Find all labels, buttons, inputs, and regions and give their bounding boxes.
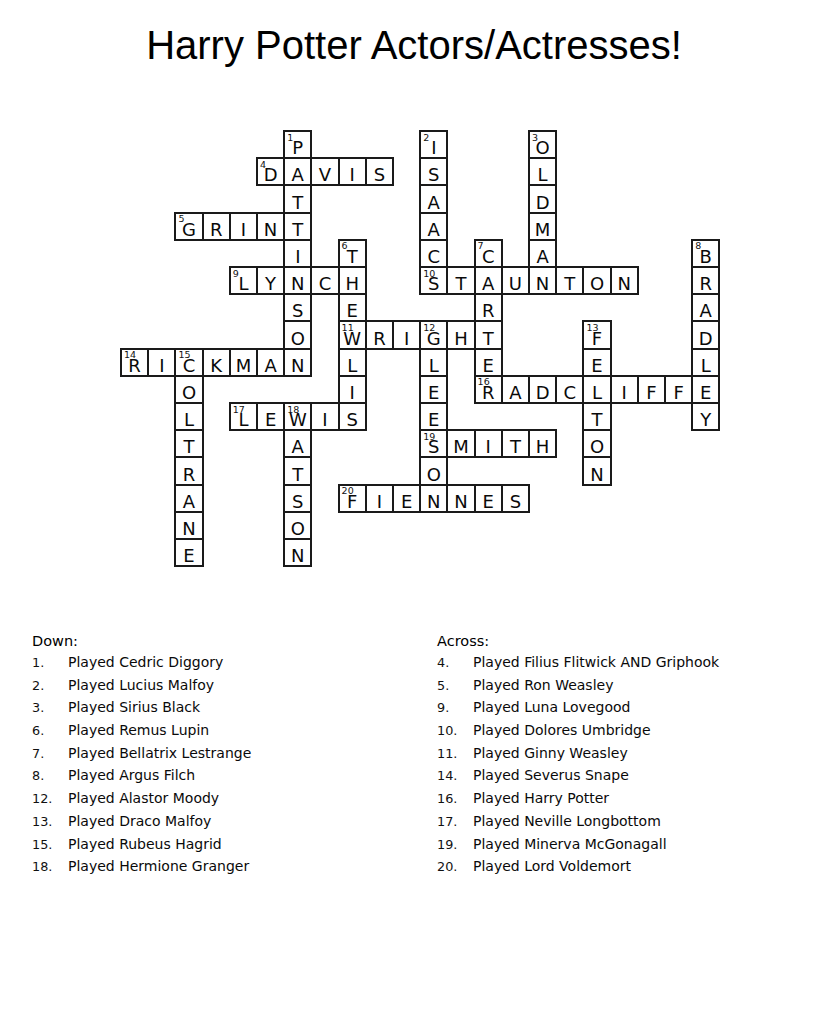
grid-cell: I — [392, 320, 421, 349]
cell-letter: K — [204, 356, 229, 376]
grid-cell: L — [528, 157, 557, 186]
cell-letter: F — [340, 492, 365, 512]
clue-item: 1.Played Cedric Diggory — [32, 654, 412, 677]
grid-cell: L — [419, 348, 448, 377]
cell-letter: F — [584, 329, 609, 349]
cell-letter: S — [285, 492, 310, 512]
grid-cell: I — [283, 239, 312, 268]
grid-cell: 3O — [528, 130, 557, 159]
grid-cell: D — [528, 375, 557, 404]
grid-cell: S — [501, 484, 530, 513]
clue-item-text: Played Dolores Umbridge — [473, 722, 651, 738]
cell-letter: N — [612, 274, 637, 294]
cell-letter: C — [421, 247, 446, 267]
cell-letter: N — [285, 356, 310, 376]
grid-cell: M — [446, 429, 475, 458]
cell-letter: T — [285, 220, 310, 240]
grid-cell: 2I — [419, 130, 448, 159]
grid-cell: S — [283, 484, 312, 513]
clue-item-number: 2. — [32, 678, 68, 693]
cell-letter: A — [258, 356, 283, 376]
grid-cell: T — [446, 266, 475, 295]
clue-item-text: Played Luna Lovegood — [473, 699, 630, 715]
clue-item-number: 16. — [437, 791, 473, 806]
clue-item: 9.Played Luna Lovegood — [437, 699, 817, 722]
cell-letter: L — [231, 274, 256, 294]
grid-cell: V — [310, 157, 339, 186]
cell-letter: L — [530, 165, 555, 185]
clue-item-text: Played Hermione Granger — [68, 858, 249, 874]
grid-cell: A — [474, 266, 503, 295]
crossword-page: { "title": "Harry Potter Actors/Actresse… — [0, 0, 828, 1023]
grid-cell: F — [637, 375, 666, 404]
grid-cell: I — [147, 348, 176, 377]
clue-item-number: 3. — [32, 700, 68, 715]
cell-letter: O — [285, 519, 310, 539]
cell-letter: H — [340, 274, 365, 294]
grid-cell: I — [610, 375, 639, 404]
cell-letter: N — [176, 519, 201, 539]
grid-cell: O — [582, 266, 611, 295]
cell-letter: G — [176, 220, 201, 240]
grid-cell: R — [691, 266, 720, 295]
cell-letter: N — [584, 465, 609, 485]
cell-letter: M — [530, 220, 555, 240]
cell-letter: P — [285, 138, 310, 158]
clue-item-text: Played Lord Voldemort — [473, 858, 631, 874]
cell-letter: C — [476, 247, 501, 267]
grid-cell: A — [174, 484, 203, 513]
cell-letter: C — [176, 356, 201, 376]
cell-letter: L — [584, 383, 609, 403]
grid-cell: H — [338, 266, 367, 295]
clue-item-number: 9. — [437, 700, 473, 715]
grid-cell: N — [582, 456, 611, 485]
cell-letter: S — [421, 437, 446, 457]
clue-item-number: 7. — [32, 746, 68, 761]
cell-letter: U — [503, 274, 528, 294]
cell-letter: D — [530, 193, 555, 213]
grid-cell: T — [283, 456, 312, 485]
cell-letter: T — [448, 274, 473, 294]
clue-item-text: Played Rubeus Hagrid — [68, 836, 222, 852]
grid-cell: A — [283, 429, 312, 458]
clue-item-number: 14. — [437, 768, 473, 783]
clue-item: 2.Played Lucius Malfoy — [32, 677, 412, 700]
cell-letter: T — [557, 274, 582, 294]
cell-letter: W — [340, 329, 365, 349]
cell-letter: R — [204, 220, 229, 240]
grid-cell: R — [474, 293, 503, 322]
grid-cell: A — [419, 184, 448, 213]
clue-item-text: Played Bellatrix Lestrange — [68, 745, 251, 761]
grid-cell: O — [582, 429, 611, 458]
grid-cell: C — [419, 239, 448, 268]
grid-cell: N — [174, 511, 203, 540]
grid-cell: N — [283, 266, 312, 295]
cell-letter: O — [285, 329, 310, 349]
cell-letter: Y — [693, 410, 718, 430]
grid-cell: E — [419, 375, 448, 404]
cell-letter: T — [285, 465, 310, 485]
grid-cell: O — [283, 320, 312, 349]
grid-cell: T — [283, 184, 312, 213]
clue-item: 12.Played Alastor Moody — [32, 790, 412, 813]
grid-cell: H — [528, 429, 557, 458]
grid-cell: 14R — [120, 348, 149, 377]
clue-item-number: 12. — [32, 791, 68, 806]
clue-item-text: Played Harry Potter — [473, 790, 609, 806]
grid-cell: U — [501, 266, 530, 295]
cell-letter: N — [448, 492, 473, 512]
cell-letter: O — [584, 437, 609, 457]
clue-item-text: Played Remus Lupin — [68, 722, 209, 738]
grid-cell: 4D — [256, 157, 285, 186]
grid-cell: 1P — [283, 130, 312, 159]
grid-cell: A — [419, 212, 448, 241]
cell-letter: E — [476, 492, 501, 512]
cell-letter: L — [176, 410, 201, 430]
cell-letter: N — [285, 546, 310, 566]
grid-cell: E — [338, 293, 367, 322]
cell-letter: R — [476, 301, 501, 321]
cell-letter: I — [231, 220, 256, 240]
grid-cell: O — [419, 456, 448, 485]
cell-letter: H — [530, 437, 555, 457]
cell-letter: E — [693, 383, 718, 403]
cell-letter: I — [149, 356, 174, 376]
cell-letter: N — [421, 492, 446, 512]
grid-cell: 18W — [283, 402, 312, 431]
grid-cell: L — [174, 402, 203, 431]
cell-letter: I — [285, 247, 310, 267]
down-clues-section: Down: 1.Played Cedric Diggory2.Played Lu… — [32, 631, 412, 881]
grid-cell: N — [610, 266, 639, 295]
clue-item: 8.Played Argus Filch — [32, 767, 412, 790]
grid-cell: M — [528, 212, 557, 241]
grid-cell: 6T — [338, 239, 367, 268]
grid-cell: T — [174, 429, 203, 458]
clue-item: 10.Played Dolores Umbridge — [437, 722, 817, 745]
clue-item: 4.Played Filius Flitwick AND Griphook — [437, 654, 817, 677]
cell-letter: W — [285, 410, 310, 430]
clue-item-number: 8. — [32, 768, 68, 783]
grid-cell: E — [256, 402, 285, 431]
grid-cell: 19S — [419, 429, 448, 458]
clue-item: 19.Played Minerva McGonagall — [437, 836, 817, 859]
cell-letter: M — [231, 356, 256, 376]
grid-cell: R — [174, 456, 203, 485]
grid-cell: 20F — [338, 484, 367, 513]
grid-cell: I — [338, 375, 367, 404]
grid-cell: R — [202, 212, 231, 241]
cell-letter: A — [285, 165, 310, 185]
cell-letter: I — [612, 383, 637, 403]
clue-item-text: Played Severus Snape — [473, 767, 629, 783]
grid-cell: E — [474, 484, 503, 513]
grid-cell: N — [283, 538, 312, 567]
clue-item-number: 13. — [32, 814, 68, 829]
clue-item-number: 4. — [437, 655, 473, 670]
grid-cell: L — [338, 348, 367, 377]
grid-cell: Y — [691, 402, 720, 431]
clue-item: 16.Played Harry Potter — [437, 790, 817, 813]
clue-item: 6.Played Remus Lupin — [32, 722, 412, 745]
cell-letter: R — [176, 465, 201, 485]
cell-letter: A — [285, 437, 310, 457]
cell-letter: S — [421, 274, 446, 294]
cell-letter: I — [340, 383, 365, 403]
cell-letter: E — [176, 546, 201, 566]
grid-cell: E — [392, 484, 421, 513]
cell-letter: I — [340, 165, 365, 185]
clue-item-text: Played Cedric Diggory — [68, 654, 223, 670]
grid-cell: R — [365, 320, 394, 349]
grid-cell: E — [691, 375, 720, 404]
cell-letter: T — [176, 437, 201, 457]
clue-item-text: Played Ron Weasley — [473, 677, 613, 693]
grid-cell: 17L — [229, 402, 258, 431]
grid-cell: I — [338, 157, 367, 186]
cell-letter: A — [693, 301, 718, 321]
grid-cell: E — [174, 538, 203, 567]
cell-letter: E — [340, 301, 365, 321]
cell-letter: L — [421, 356, 446, 376]
cell-letter: V — [312, 165, 337, 185]
clue-item: 17.Played Neville Longbottom — [437, 813, 817, 836]
cell-letter: I — [312, 410, 337, 430]
cell-letter: C — [557, 383, 582, 403]
clue-item-number: 15. — [32, 837, 68, 852]
cell-letter: G — [421, 329, 446, 349]
grid-cell: I — [310, 402, 339, 431]
grid-cell: F — [664, 375, 693, 404]
clue-item: 5.Played Ron Weasley — [437, 677, 817, 700]
clue-item-text: Played Filius Flitwick AND Griphook — [473, 654, 719, 670]
grid-cell: L — [691, 348, 720, 377]
clue-item-text: Played Alastor Moody — [68, 790, 219, 806]
cell-letter: R — [693, 274, 718, 294]
cell-letter: I — [394, 329, 419, 349]
cell-letter: A — [530, 247, 555, 267]
grid-cell: T — [283, 212, 312, 241]
cell-letter: L — [231, 410, 256, 430]
grid-cell: 11W — [338, 320, 367, 349]
clue-item: 20.Played Lord Voldemort — [437, 858, 817, 881]
grid-cell: E — [474, 348, 503, 377]
cell-letter: E — [394, 492, 419, 512]
cell-letter: D — [258, 165, 283, 185]
clue-item-text: Played Lucius Malfoy — [68, 677, 214, 693]
cell-letter: A — [176, 492, 201, 512]
grid-cell: S — [283, 293, 312, 322]
grid-cell: A — [501, 375, 530, 404]
clue-item-number: 11. — [437, 746, 473, 761]
grid-cell: A — [283, 157, 312, 186]
cell-letter: R — [476, 383, 501, 403]
grid-cell: D — [528, 184, 557, 213]
grid-cell: T — [501, 429, 530, 458]
grid-cell: 15C — [174, 348, 203, 377]
clue-item-number: 1. — [32, 655, 68, 670]
down-clues-list: 1.Played Cedric Diggory2.Played Lucius M… — [32, 654, 412, 881]
clue-item-number: 6. — [32, 723, 68, 738]
grid-cell: K — [202, 348, 231, 377]
clue-item-text: Played Minerva McGonagall — [473, 836, 667, 852]
cell-letter: E — [476, 356, 501, 376]
grid-cell: H — [446, 320, 475, 349]
cell-letter: O — [584, 274, 609, 294]
grid-cell: D — [691, 320, 720, 349]
grid-cell: 9L — [229, 266, 258, 295]
grid-cell: 13F — [582, 320, 611, 349]
cell-letter: A — [421, 220, 446, 240]
grid-cell: A — [256, 348, 285, 377]
grid-cell: O — [174, 375, 203, 404]
grid-cell: C — [555, 375, 584, 404]
cell-letter: R — [122, 356, 147, 376]
grid-cell: 5G — [174, 212, 203, 241]
cell-letter: I — [476, 437, 501, 457]
grid-cell: A — [528, 239, 557, 268]
grid-cell: C — [310, 266, 339, 295]
cell-letter: F — [639, 383, 664, 403]
grid-cell: T — [474, 320, 503, 349]
cell-letter: N — [258, 220, 283, 240]
clue-item-number: 10. — [437, 723, 473, 738]
page-title: Harry Potter Actors/Actresses! — [0, 23, 828, 67]
grid-cell: M — [229, 348, 258, 377]
cell-letter: T — [584, 410, 609, 430]
cell-letter: D — [693, 329, 718, 349]
clue-item: 15.Played Rubeus Hagrid — [32, 836, 412, 859]
clue-item-number: 5. — [437, 678, 473, 693]
clue-item-text: Played Sirius Black — [68, 699, 200, 715]
cell-letter: C — [312, 274, 337, 294]
cell-letter: O — [176, 383, 201, 403]
grid-cell: 16R — [474, 375, 503, 404]
clue-item: 3.Played Sirius Black — [32, 699, 412, 722]
grid-cell: I — [229, 212, 258, 241]
grid-cell: I — [474, 429, 503, 458]
cell-letter: L — [340, 356, 365, 376]
cell-letter: I — [421, 138, 446, 158]
cell-letter: S — [367, 165, 392, 185]
cell-letter: O — [421, 465, 446, 485]
grid-cell: T — [555, 266, 584, 295]
cell-letter: L — [693, 356, 718, 376]
cell-letter: D — [530, 383, 555, 403]
clue-item-number: 20. — [437, 859, 473, 874]
cell-letter: O — [530, 138, 555, 158]
cell-letter: S — [421, 165, 446, 185]
grid-cell: A — [691, 293, 720, 322]
clue-item-text: Played Draco Malfoy — [68, 813, 211, 829]
cell-letter: I — [367, 492, 392, 512]
clue-item: 18.Played Hermione Granger — [32, 858, 412, 881]
clue-item-text: Played Neville Longbottom — [473, 813, 661, 829]
grid-cell: I — [365, 484, 394, 513]
cell-letter: E — [584, 356, 609, 376]
grid-cell: 8B — [691, 239, 720, 268]
clue-item: 7.Played Bellatrix Lestrange — [32, 745, 412, 768]
down-clues-header: Down: — [32, 631, 412, 651]
grid-cell: N — [446, 484, 475, 513]
cell-letter: A — [421, 193, 446, 213]
clue-item-number: 17. — [437, 814, 473, 829]
cell-letter: T — [503, 437, 528, 457]
cell-letter: M — [448, 437, 473, 457]
cell-letter: A — [503, 383, 528, 403]
clue-item-number: 19. — [437, 837, 473, 852]
cell-letter: A — [476, 274, 501, 294]
grid-cell: 7C — [474, 239, 503, 268]
grid-cell: S — [365, 157, 394, 186]
cell-letter: T — [285, 193, 310, 213]
across-clues-header: Across: — [437, 631, 817, 651]
cell-letter: S — [503, 492, 528, 512]
across-clues-list: 4.Played Filius Flitwick AND Griphook5.P… — [437, 654, 817, 881]
cell-letter: T — [340, 247, 365, 267]
grid-cell: Y — [256, 266, 285, 295]
cell-letter: T — [476, 329, 501, 349]
grid-cell: E — [582, 348, 611, 377]
cell-letter: F — [666, 383, 691, 403]
cell-letter: Y — [258, 274, 283, 294]
clue-item: 13.Played Draco Malfoy — [32, 813, 412, 836]
grid-cell: S — [419, 157, 448, 186]
grid-cell: 12G — [419, 320, 448, 349]
grid-cell: N — [528, 266, 557, 295]
grid-cell: L — [582, 375, 611, 404]
cell-letter: E — [421, 383, 446, 403]
clue-item: 11.Played Ginny Weasley — [437, 745, 817, 768]
grid-cell: S — [338, 402, 367, 431]
grid-cell: N — [283, 348, 312, 377]
grid-cell: T — [582, 402, 611, 431]
across-clues-section: Across: 4.Played Filius Flitwick AND Gri… — [437, 631, 817, 881]
grid-cell: O — [283, 511, 312, 540]
cell-letter: H — [448, 329, 473, 349]
clue-item-text: Played Argus Filch — [68, 767, 195, 783]
cell-letter: S — [285, 301, 310, 321]
cell-letter: S — [340, 410, 365, 430]
clue-item-text: Played Ginny Weasley — [473, 745, 628, 761]
grid-cell: 10S — [419, 266, 448, 295]
cell-letter: R — [367, 329, 392, 349]
cell-letter: E — [258, 410, 283, 430]
grid-cell: E — [419, 402, 448, 431]
clue-item-number: 18. — [32, 859, 68, 874]
cell-letter: N — [530, 274, 555, 294]
cell-letter: N — [285, 274, 310, 294]
clue-item: 14.Played Severus Snape — [437, 767, 817, 790]
cell-letter: B — [693, 247, 718, 267]
cell-letter: E — [421, 410, 446, 430]
grid-cell: N — [419, 484, 448, 513]
crossword-grid: 1P2I3O4DAVISSLTAD5GRINTAMI6TC7CA8B9LYNCH… — [121, 131, 721, 568]
grid-cell: N — [256, 212, 285, 241]
